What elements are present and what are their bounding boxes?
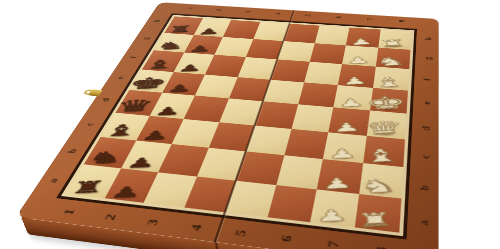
piece-shadow [104, 130, 134, 140]
piece-white-pawn[interactable]: ♟ [332, 121, 361, 134]
piece-white-pawn[interactable]: ♟ [315, 207, 349, 225]
piece-white-rook[interactable]: ♜ [378, 38, 407, 49]
piece-shadow [332, 125, 361, 135]
piece-black-bishop[interactable]: ♝ [101, 122, 141, 139]
fold-seam-front-icon [215, 242, 220, 249]
square[interactable] [225, 180, 276, 217]
square[interactable] [277, 41, 314, 62]
piece-shadow [314, 213, 348, 227]
square[interactable]: ♝ [101, 112, 150, 140]
piece-shadow [69, 185, 102, 197]
board-grid: ♜♟♟♜♞♟♟♞♝♟♟♝♚♟♟♚♛♟♟♛♝♟♟♝♞♟♟♞♜♟♟♜ [66, 16, 412, 232]
piece-black-knight[interactable]: ♞ [155, 40, 186, 52]
board-right-edge [436, 22, 438, 249]
square[interactable]: ♟ [323, 132, 366, 163]
piece-black-pawn[interactable]: ♟ [188, 44, 212, 54]
piece-black-king[interactable]: ♚ [126, 75, 168, 92]
square[interactable]: ♞ [84, 137, 136, 168]
square[interactable] [172, 119, 219, 148]
chess-board[interactable]: 12345678 12345678 abcdefgh abcdefgh ♜♟♟♜… [16, 2, 439, 249]
square[interactable]: ♟ [342, 45, 378, 66]
piece-shadow [124, 160, 155, 171]
piece-shadow [139, 133, 169, 143]
perspective-wrapper: 12345678 12345678 abcdefgh abcdefgh ♜♟♟♜… [0, 0, 500, 249]
piece-shadow [358, 218, 392, 232]
piece-shadow [326, 151, 356, 162]
piece-white-pawn[interactable]: ♟ [327, 147, 357, 161]
brass-clasp-icon [82, 88, 103, 97]
square[interactable]: ♟ [121, 140, 172, 171]
piece-black-rook[interactable]: ♜ [68, 178, 107, 196]
square[interactable] [304, 62, 342, 85]
piece-white-pawn[interactable]: ♟ [337, 97, 365, 109]
square[interactable] [263, 79, 304, 104]
piece-shadow [366, 155, 396, 166]
piece-shadow [108, 190, 141, 202]
square[interactable]: ♜ [378, 30, 412, 50]
square[interactable]: ♝ [363, 135, 405, 167]
square[interactable] [184, 176, 236, 212]
piece-black-pawn[interactable]: ♟ [177, 63, 203, 73]
piece-black-pawn[interactable]: ♟ [140, 129, 170, 142]
square[interactable] [144, 172, 197, 208]
piece-shadow [87, 156, 118, 167]
square[interactable] [309, 43, 346, 64]
square[interactable] [314, 26, 349, 45]
piece-white-king[interactable]: ♚ [364, 94, 409, 113]
piece-shadow [362, 185, 394, 197]
square[interactable]: ♜ [354, 194, 401, 233]
square[interactable] [267, 185, 317, 223]
square[interactable]: ♟ [104, 168, 158, 203]
piece-white-pawn[interactable]: ♟ [321, 175, 353, 191]
square[interactable]: ♟ [136, 115, 184, 144]
square[interactable]: ♚ [370, 88, 408, 114]
square[interactable]: ♞ [375, 47, 410, 69]
square[interactable] [284, 129, 328, 160]
square[interactable] [276, 155, 323, 189]
piece-white-knight[interactable]: ♞ [358, 176, 399, 196]
rank-labels-right: abcdefgh [412, 29, 436, 243]
piece-white-pawn[interactable]: ♟ [341, 75, 368, 86]
piece-white-queen[interactable]: ♛ [362, 118, 407, 138]
square[interactable]: ♝ [373, 67, 410, 91]
clasp-bar-icon [88, 90, 103, 97]
square[interactable]: ♟ [317, 159, 363, 193]
square[interactable]: ♟ [310, 189, 359, 227]
square[interactable] [283, 24, 319, 43]
playing-area: ♜♟♟♜♞♟♟♞♝♟♟♝♚♟♟♚♛♟♟♛♝♟♟♝♞♟♟♞♜♟♟♜ [56, 13, 417, 239]
piece-white-rook[interactable]: ♜ [356, 210, 396, 230]
piece-black-pawn[interactable]: ♟ [166, 83, 193, 94]
piece-shadow [370, 128, 399, 138]
piece-shadow [320, 181, 352, 193]
piece-black-rook[interactable]: ♜ [167, 24, 194, 34]
square[interactable] [291, 104, 333, 132]
product-photo-scene: 12345678 12345678 abcdefgh abcdefgh ♜♟♟♜… [0, 0, 500, 249]
piece-white-pawn[interactable]: ♟ [345, 55, 371, 65]
piece-white-bishop[interactable]: ♝ [361, 146, 402, 165]
piece-black-queen[interactable]: ♛ [113, 97, 156, 115]
piece-black-knight[interactable]: ♞ [85, 148, 125, 166]
piece-white-knight[interactable]: ♞ [375, 55, 408, 68]
piece-black-bishop[interactable]: ♝ [142, 57, 176, 70]
square[interactable]: ♜ [66, 164, 121, 198]
piece-black-pawn[interactable]: ♟ [125, 155, 157, 170]
square[interactable]: ♟ [346, 28, 380, 48]
square[interactable]: ♛ [366, 110, 406, 139]
square[interactable] [158, 144, 208, 176]
piece-black-pawn[interactable]: ♟ [154, 105, 182, 117]
piece-white-bishop[interactable]: ♝ [371, 75, 407, 90]
piece-black-pawn[interactable]: ♟ [197, 27, 220, 36]
piece-white-pawn[interactable]: ♟ [349, 37, 374, 46]
piece-black-pawn[interactable]: ♟ [109, 184, 143, 200]
square[interactable] [298, 82, 338, 107]
square[interactable]: ♞ [359, 163, 404, 198]
